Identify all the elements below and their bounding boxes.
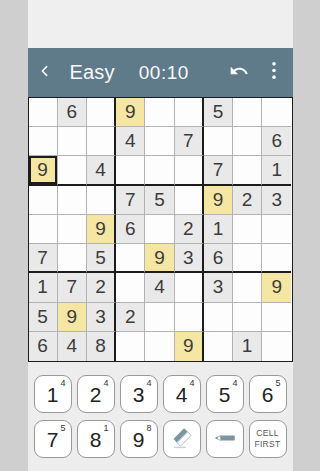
sudoku-cell[interactable] [233,156,262,185]
cell-first-toggle-button[interactable]: CELL FIRST [249,420,287,458]
keypad-row-2: 758198 [28,420,293,458]
digit-placed-count: 1 [103,424,108,433]
sudoku-cell[interactable]: 7 [175,127,204,156]
sudoku-cell[interactable] [233,273,262,302]
sudoku-cell[interactable]: 5 [87,244,116,273]
digit-label: 9 [133,429,145,450]
sudoku-cell[interactable] [204,127,233,156]
kebab-menu-icon [267,61,281,84]
sudoku-cell[interactable] [58,244,87,273]
sudoku-cell[interactable] [87,186,116,215]
phone-screen: Easy 00:10 69547694717592396217593617243… [28,0,293,471]
digit-placed-count: 8 [146,424,151,433]
digit-2-button[interactable]: 24 [77,375,115,413]
sudoku-cell[interactable] [204,332,233,361]
sudoku-cell[interactable] [58,215,87,244]
digit-placed-count: 4 [189,379,194,388]
digit-label: 5 [219,384,231,405]
sudoku-cell[interactable]: 1 [29,273,58,302]
sudoku-cell[interactable]: 6 [58,98,87,127]
sudoku-cell[interactable] [29,127,58,156]
sudoku-cell[interactable]: 2 [87,273,116,302]
sudoku-cell[interactable] [58,156,87,185]
sudoku-cell[interactable]: 2 [175,215,204,244]
digit-placed-count: 4 [103,379,108,388]
sudoku-cell[interactable] [87,98,116,127]
sudoku-cell[interactable]: 6 [29,332,58,361]
sudoku-cell[interactable]: 2 [233,186,262,215]
sudoku-board: 695476947175923962175936172439593264891 [28,97,293,362]
sudoku-cell[interactable]: 7 [58,273,87,302]
sudoku-cell[interactable] [58,127,87,156]
sudoku-cell[interactable] [116,244,145,273]
sudoku-cell[interactable] [233,244,262,273]
undo-button[interactable] [221,61,257,85]
sudoku-cell[interactable]: 9 [87,215,116,244]
sudoku-cell[interactable]: 1 [204,215,233,244]
sudoku-cell[interactable]: 9 [116,98,145,127]
sudoku-cell[interactable] [145,303,174,332]
pencil-icon [212,425,238,454]
digit-label: 2 [90,384,102,405]
overflow-menu-button[interactable] [257,61,291,84]
sudoku-cell[interactable] [262,303,291,332]
sudoku-cell[interactable]: 4 [145,273,174,302]
sudoku-cell[interactable]: 7 [204,156,233,185]
sudoku-cell[interactable]: 6 [262,127,291,156]
undo-icon [229,61,249,85]
cell-first-label-line1: CELL [256,428,278,439]
sudoku-cell[interactable] [116,332,145,361]
digit-4-button[interactable]: 44 [163,375,201,413]
status-bar [28,0,293,48]
sudoku-cell[interactable] [29,98,58,127]
sudoku-cell[interactable]: 3 [204,273,233,302]
chevron-left-icon [37,63,53,83]
digit-label: 1 [47,384,59,405]
difficulty-title: Easy [70,61,115,84]
sudoku-cell[interactable]: 5 [204,98,233,127]
sudoku-cell[interactable] [175,186,204,215]
sudoku-cell[interactable] [262,98,291,127]
sudoku-cell[interactable]: 5 [29,303,58,332]
sudoku-cell[interactable]: 9 [204,186,233,215]
sudoku-cell[interactable]: 7 [29,244,58,273]
sudoku-cell-selected[interactable]: 9 [29,156,58,185]
back-button[interactable] [28,63,62,83]
sudoku-cell[interactable] [262,244,291,273]
sudoku-cell[interactable] [29,215,58,244]
digit-placed-count: 4 [146,379,151,388]
sudoku-cell[interactable] [233,98,262,127]
cell-first-label-line2: FIRST [254,439,280,450]
digit-9-button[interactable]: 98 [120,420,158,458]
sudoku-cell[interactable] [175,98,204,127]
sudoku-cell[interactable] [262,215,291,244]
digit-label: 7 [47,429,59,450]
digit-8-button[interactable]: 81 [77,420,115,458]
sudoku-cell[interactable] [145,98,174,127]
sudoku-cell[interactable] [175,273,204,302]
sudoku-cell[interactable]: 9 [175,332,204,361]
sudoku-cell[interactable] [116,273,145,302]
sudoku-cell[interactable]: 2 [116,303,145,332]
sudoku-cell[interactable]: 8 [87,332,116,361]
sudoku-cell[interactable] [204,303,233,332]
sudoku-cell[interactable] [145,332,174,361]
digit-label: 3 [133,384,145,405]
digit-7-button[interactable]: 75 [34,420,72,458]
sudoku-cell[interactable] [116,156,145,185]
number-keypad: 142434445465 758198 [28,362,293,471]
digit-label: 4 [176,384,188,405]
sudoku-cell[interactable] [87,127,116,156]
pencil-notes-button[interactable] [206,420,244,458]
digit-placed-count: 4 [60,379,65,388]
sudoku-cell[interactable]: 7 [116,186,145,215]
keypad-row-1: 142434445465 [28,375,293,413]
sudoku-cell[interactable]: 9 [58,303,87,332]
digit-placed-count: 5 [275,379,280,388]
digit-1-button[interactable]: 14 [34,375,72,413]
sudoku-cell[interactable] [175,156,204,185]
sudoku-cell[interactable] [58,186,87,215]
sudoku-cell[interactable] [262,332,291,361]
sudoku-cell[interactable] [175,303,204,332]
sudoku-cell[interactable]: 1 [233,332,262,361]
digit-3-button[interactable]: 34 [120,375,158,413]
sudoku-cell[interactable]: 6 [116,215,145,244]
sudoku-cell[interactable]: 4 [116,127,145,156]
game-timer: 00:10 [139,62,189,84]
sudoku-cell[interactable] [145,127,174,156]
sudoku-cell[interactable] [145,215,174,244]
digit-placed-count: 4 [232,379,237,388]
sudoku-cell[interactable]: 3 [175,244,204,273]
digit-label: 8 [90,429,102,450]
digit-6-button[interactable]: 65 [249,375,287,413]
sudoku-cell[interactable]: 4 [58,332,87,361]
toolbar: Easy 00:10 [28,48,293,97]
eraser-icon [169,425,195,454]
sudoku-cell[interactable]: 9 [145,244,174,273]
sudoku-cell[interactable]: 5 [145,186,174,215]
digit-label: 6 [262,384,274,405]
sudoku-cell[interactable] [233,215,262,244]
sudoku-cell[interactable]: 3 [87,303,116,332]
sudoku-cell[interactable]: 9 [262,273,291,302]
sudoku-cell[interactable]: 1 [262,156,291,185]
eraser-button[interactable] [163,420,201,458]
digit-5-button[interactable]: 54 [206,375,244,413]
sudoku-cell[interactable]: 6 [204,244,233,273]
sudoku-cell[interactable]: 4 [87,156,116,185]
sudoku-cell[interactable] [233,127,262,156]
sudoku-cell[interactable] [145,156,174,185]
sudoku-cell[interactable] [29,186,58,215]
sudoku-cell[interactable] [233,303,262,332]
sudoku-cell[interactable]: 3 [262,186,291,215]
digit-placed-count: 5 [60,424,65,433]
